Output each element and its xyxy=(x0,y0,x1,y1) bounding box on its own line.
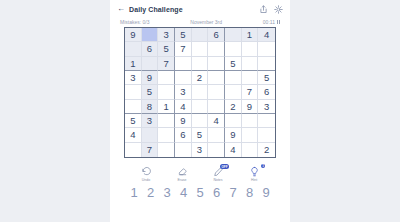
cell-r3c5[interactable] xyxy=(192,57,209,71)
hint-button[interactable]: 1 Hint xyxy=(242,166,266,182)
cell-r7c1[interactable]: 5 xyxy=(125,114,142,128)
status-bar: Mistakes: 0/3 November 3rd 00:11 xyxy=(110,16,290,26)
cell-r6c1[interactable] xyxy=(125,100,142,114)
challenge-date: November 3rd xyxy=(190,19,222,25)
cell-r2c2[interactable]: 6 xyxy=(142,42,159,56)
back-arrow-icon[interactable]: ← xyxy=(117,4,125,14)
cell-r8c2[interactable] xyxy=(142,128,159,142)
cell-r4c3[interactable] xyxy=(158,71,175,85)
cell-r5c3[interactable] xyxy=(158,85,175,99)
cell-r1c1[interactable]: 9 xyxy=(125,28,142,42)
notes-button[interactable]: OFF Notes xyxy=(206,166,230,182)
cell-r4c7[interactable] xyxy=(225,71,242,85)
cell-r5c9[interactable]: 6 xyxy=(258,85,275,99)
cell-r6c3[interactable]: 1 xyxy=(158,100,175,114)
eraser-icon xyxy=(177,166,188,177)
cell-r2c4[interactable]: 7 xyxy=(175,42,192,56)
cell-r5c7[interactable] xyxy=(225,85,242,99)
cell-r3c3[interactable]: 7 xyxy=(158,57,175,71)
cell-r3c1[interactable]: 1 xyxy=(125,57,142,71)
cell-r8c6[interactable] xyxy=(208,128,225,142)
undo-icon xyxy=(141,166,152,177)
numpad-3[interactable]: 3 xyxy=(160,185,174,200)
cell-r2c1[interactable] xyxy=(125,42,142,56)
cell-r7c4[interactable]: 9 xyxy=(175,114,192,128)
numpad-2[interactable]: 2 xyxy=(144,185,158,200)
mistakes-counter: Mistakes: 0/3 xyxy=(120,19,149,25)
timer: 00:11 xyxy=(263,19,275,25)
numpad-1[interactable]: 1 xyxy=(127,185,141,200)
undo-button[interactable]: Undo xyxy=(134,166,158,182)
cell-r3c4[interactable] xyxy=(175,57,192,71)
cell-r1c9[interactable]: 4 xyxy=(258,28,275,42)
cell-r2c7[interactable] xyxy=(225,42,242,56)
cell-r9c6[interactable] xyxy=(208,143,225,157)
cell-r7c6[interactable]: 4 xyxy=(208,114,225,128)
toolbar: Undo Erase OFF Notes 1 Hint xyxy=(134,166,266,182)
cell-r5c8[interactable]: 7 xyxy=(242,85,259,99)
cell-r5c6[interactable] xyxy=(208,85,225,99)
cell-r2c3[interactable]: 5 xyxy=(158,42,175,56)
cell-r9c7[interactable]: 4 xyxy=(225,143,242,157)
cell-r7c9[interactable] xyxy=(258,114,275,128)
cell-r2c6[interactable] xyxy=(208,42,225,56)
cell-r1c3[interactable]: 3 xyxy=(158,28,175,42)
cell-r9c9[interactable]: 2 xyxy=(258,143,275,157)
cell-r8c8[interactable] xyxy=(242,128,259,142)
cell-r9c5[interactable]: 3 xyxy=(192,143,209,157)
cell-r2c5[interactable] xyxy=(192,42,209,56)
cell-r3c6[interactable] xyxy=(208,57,225,71)
notes-label: Notes xyxy=(213,178,222,182)
page-title: Daily Challenge xyxy=(129,6,183,13)
cell-r7c2[interactable]: 3 xyxy=(142,114,159,128)
cell-r4c4[interactable] xyxy=(175,71,192,85)
cell-r8c4[interactable]: 6 xyxy=(175,128,192,142)
number-pad: 123456789 xyxy=(127,185,273,200)
sudoku-board: 93561465717539255376814293539446597342 xyxy=(124,27,276,158)
cell-r6c6[interactable] xyxy=(208,100,225,114)
cell-r1c4[interactable]: 5 xyxy=(175,28,192,42)
cell-r1c2[interactable] xyxy=(142,28,159,42)
cell-r6c9[interactable]: 3 xyxy=(258,100,275,114)
cell-r3c2[interactable] xyxy=(142,57,159,71)
cell-r1c5[interactable] xyxy=(192,28,209,42)
hint-label: Hint xyxy=(251,178,257,182)
app-window: ← Daily Challenge Mistakes: 0/3 November… xyxy=(110,0,290,222)
cell-r4c1[interactable]: 3 xyxy=(125,71,142,85)
header: ← Daily Challenge xyxy=(110,0,290,16)
numpad-9[interactable]: 9 xyxy=(259,185,273,200)
cell-r4c8[interactable] xyxy=(242,71,259,85)
cell-r9c3[interactable] xyxy=(158,143,175,157)
cell-r1c8[interactable]: 1 xyxy=(242,28,259,42)
cell-r1c6[interactable]: 6 xyxy=(208,28,225,42)
numpad-7[interactable]: 7 xyxy=(226,185,240,200)
cell-r4c2[interactable]: 9 xyxy=(142,71,159,85)
hint-badge: 1 xyxy=(261,164,265,168)
settings-gear-icon[interactable] xyxy=(274,5,283,14)
notes-badge: OFF xyxy=(220,164,229,169)
cell-r6c5[interactable] xyxy=(192,100,209,114)
erase-label: Erase xyxy=(177,178,186,182)
cell-r6c7[interactable]: 2 xyxy=(225,100,242,114)
cell-r9c1[interactable] xyxy=(125,143,142,157)
numpad-8[interactable]: 8 xyxy=(243,185,257,200)
cell-r6c2[interactable]: 8 xyxy=(142,100,159,114)
lightbulb-icon xyxy=(249,166,260,177)
cell-r4c6[interactable] xyxy=(208,71,225,85)
cell-r2c8[interactable] xyxy=(242,42,259,56)
cell-r3c7[interactable]: 5 xyxy=(225,57,242,71)
cell-r9c2[interactable]: 7 xyxy=(142,143,159,157)
cell-r8c5[interactable]: 5 xyxy=(192,128,209,142)
cell-r4c9[interactable]: 5 xyxy=(258,71,275,85)
erase-button[interactable]: Erase xyxy=(170,166,194,182)
cell-r6c4[interactable]: 4 xyxy=(175,100,192,114)
cell-r3c9[interactable] xyxy=(258,57,275,71)
cell-r8c3[interactable] xyxy=(158,128,175,142)
cell-r9c4[interactable] xyxy=(175,143,192,157)
share-icon[interactable] xyxy=(259,5,268,14)
cell-r3c8[interactable] xyxy=(242,57,259,71)
cell-r5c1[interactable] xyxy=(125,85,142,99)
cell-r5c5[interactable] xyxy=(192,85,209,99)
cell-r5c4[interactable]: 3 xyxy=(175,85,192,99)
cell-r7c7[interactable] xyxy=(225,114,242,128)
cell-r8c1[interactable]: 4 xyxy=(125,128,142,142)
cell-r9c8[interactable] xyxy=(242,143,259,157)
cell-r7c8[interactable] xyxy=(242,114,259,128)
cell-r8c7[interactable]: 9 xyxy=(225,128,242,142)
cell-r6c8[interactable]: 9 xyxy=(242,100,259,114)
cell-r7c5[interactable] xyxy=(192,114,209,128)
cell-r7c3[interactable] xyxy=(158,114,175,128)
cell-r5c2[interactable]: 5 xyxy=(142,85,159,99)
pause-button[interactable] xyxy=(277,20,280,24)
numpad-6[interactable]: 6 xyxy=(210,185,224,200)
cell-r8c9[interactable] xyxy=(258,128,275,142)
numpad-4[interactable]: 4 xyxy=(177,185,191,200)
cell-r4c5[interactable]: 2 xyxy=(192,71,209,85)
cell-r1c7[interactable] xyxy=(225,28,242,42)
numpad-5[interactable]: 5 xyxy=(193,185,207,200)
cell-r2c9[interactable] xyxy=(258,42,275,56)
undo-label: Undo xyxy=(142,178,150,182)
